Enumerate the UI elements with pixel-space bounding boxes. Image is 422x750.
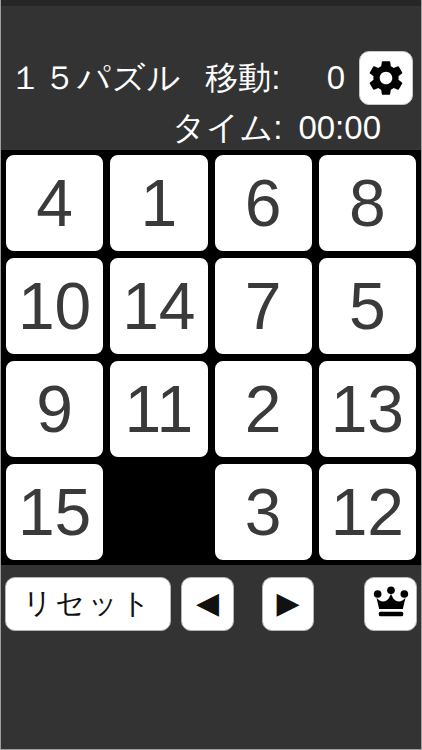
tile-1[interactable]: 1 [108, 153, 209, 253]
tile-13[interactable]: 13 [317, 359, 418, 459]
puzzle-board: 416810147591121315312 [1, 150, 421, 565]
bottom-controls: リセット ◀ ▶ [1, 577, 421, 631]
tile-14[interactable]: 14 [108, 256, 209, 356]
tile-2[interactable]: 2 [213, 359, 314, 459]
tile-6[interactable]: 6 [213, 153, 314, 253]
tile-11[interactable]: 11 [108, 359, 209, 459]
moves-label: 移動: [205, 56, 280, 101]
empty-cell [108, 462, 209, 562]
tile-10[interactable]: 10 [4, 256, 105, 356]
time-label: タイム: [172, 106, 283, 151]
tile-15[interactable]: 15 [4, 462, 105, 562]
tile-9[interactable]: 9 [4, 359, 105, 459]
right-arrow-icon: ▶ [276, 588, 299, 618]
gear-icon [365, 57, 407, 99]
left-arrow-icon: ◀ [196, 588, 219, 618]
crown-icon [371, 583, 411, 626]
moves-count: 0 [281, 59, 346, 97]
ranking-button[interactable] [364, 577, 417, 631]
tile-12[interactable]: 12 [317, 462, 418, 562]
undo-button[interactable]: ◀ [181, 577, 234, 631]
time-value: 00:00 [298, 109, 381, 147]
tile-7[interactable]: 7 [213, 256, 314, 356]
header: １５パズル 移動: 0 タイム: 00:00 [1, 6, 421, 148]
reset-button[interactable]: リセット [5, 577, 171, 631]
tile-4[interactable]: 4 [4, 153, 105, 253]
header-row-1: １５パズル 移動: 0 [9, 48, 413, 108]
header-row-2: タイム: 00:00 [9, 108, 413, 148]
app-screen: １５パズル 移動: 0 タイム: 00:00 41681014759112131… [0, 0, 422, 750]
bottom-filler [1, 631, 421, 749]
tile-5[interactable]: 5 [317, 256, 418, 356]
tile-3[interactable]: 3 [213, 462, 314, 562]
settings-button[interactable] [359, 51, 413, 105]
app-title: １５パズル [9, 56, 181, 101]
redo-button[interactable]: ▶ [262, 577, 314, 631]
tile-8[interactable]: 8 [317, 153, 418, 253]
